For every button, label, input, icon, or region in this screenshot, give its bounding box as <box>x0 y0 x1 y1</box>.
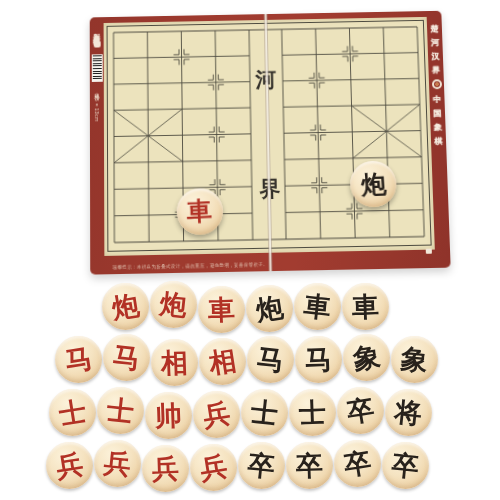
piece-character: 象 <box>351 342 382 373</box>
piece-black-elephant[interactable]: 象 <box>391 336 438 383</box>
size-label: 规格：35×13cm <box>94 89 100 123</box>
piece-character: 車 <box>187 198 213 225</box>
piece-character: 相 <box>207 346 238 377</box>
piece-character: 将 <box>393 398 423 428</box>
piece-character: 象 <box>399 345 429 375</box>
piece-black-chariot[interactable]: 車 <box>342 283 389 330</box>
board-left-border: 新兴文具象棋厂 规格：35×13cm <box>90 17 105 274</box>
piece-tray-row-1: 炮炮車炮車車 <box>0 283 495 333</box>
piece-character: 卒 <box>390 451 420 481</box>
piece-red-soldier[interactable]: 兵 <box>193 391 240 438</box>
border-seal-glyph: 河 <box>431 38 439 46</box>
piece-tray-row-2: 马马相相马马象象 <box>0 336 496 386</box>
maker-label: 新兴文具象棋厂 <box>93 27 100 34</box>
piece-tray-row-4: 兵兵兵兵卒卒卒卒 <box>0 442 487 492</box>
piece-character: 炮 <box>360 171 387 197</box>
piece-black-advisor[interactable]: 士 <box>241 389 288 436</box>
brand-mark-icon <box>426 249 432 254</box>
piece-tray-row-3: 士士帅兵士士卒将 <box>0 389 490 439</box>
piece-character: 士 <box>298 399 326 427</box>
piece-black-soldier[interactable]: 卒 <box>286 442 333 489</box>
piece-red-elephant[interactable]: 相 <box>151 339 198 386</box>
piece-character: 兵 <box>151 455 179 483</box>
piece-character: 兵 <box>102 449 132 479</box>
border-seal-glyph: 汉 <box>431 52 439 60</box>
barcode <box>91 54 102 82</box>
piece-character: 炮 <box>110 291 141 322</box>
piece-black-soldier[interactable]: 卒 <box>382 442 429 489</box>
piece-red-horse[interactable]: 马 <box>55 336 102 383</box>
piece-black-horse[interactable]: 马 <box>247 336 294 383</box>
piece-black-soldier[interactable]: 卒 <box>337 387 384 434</box>
piece-character: 帅 <box>154 402 182 430</box>
product-photo: 新兴文具象棋厂 规格：35×13cm 楚河汉界中国象棋 河 界 車炮 温馨提示：… <box>0 0 500 500</box>
piece-red-cannon[interactable]: 炮 <box>102 283 149 330</box>
piece-black-soldier[interactable]: 卒 <box>238 442 285 489</box>
border-seal-glyph: 棋 <box>434 137 442 145</box>
piece-character: 炮 <box>158 290 188 320</box>
piece-character: 卒 <box>345 395 376 426</box>
piece-character: 卒 <box>246 451 276 481</box>
piece-character: 马 <box>111 343 141 373</box>
xiangqi-board: 新兴文具象棋厂 规格：35×13cm 楚河汉界中国象棋 河 界 車炮 温馨提示：… <box>90 11 451 275</box>
border-seal-glyph: 楚 <box>430 24 438 32</box>
piece-red-elephant[interactable]: 相 <box>199 338 246 385</box>
border-seal-glyph: 象 <box>434 123 442 131</box>
maker-logo-icon <box>93 41 100 48</box>
piece-black-horse[interactable]: 马 <box>295 336 342 383</box>
piece-red-soldier[interactable]: 兵 <box>46 442 93 489</box>
piece-red-advisor[interactable]: 士 <box>97 387 144 434</box>
piece-character: 兵 <box>201 399 232 430</box>
piece-red-chariot[interactable]: 車 <box>198 286 245 333</box>
border-seal-glyph: 国 <box>433 109 441 117</box>
piece-black-cannon[interactable]: 炮 <box>246 285 293 332</box>
piece-black-soldier[interactable]: 卒 <box>334 440 381 487</box>
piece-character: 兵 <box>54 450 85 481</box>
border-seal-glyph: 界 <box>432 66 440 74</box>
piece-black-elephant[interactable]: 象 <box>343 334 390 381</box>
piece-black-advisor[interactable]: 士 <box>289 389 336 436</box>
piece-red-soldier[interactable]: 兵 <box>94 440 141 487</box>
piece-character: 马 <box>255 345 285 375</box>
fine-print: 温馨提示：本棋盘为折叠式设计，请勿重压，避免受潮，妥善保管棋子。 <box>112 262 271 271</box>
piece-red-cannon[interactable]: 炮 <box>150 281 197 328</box>
piece-character: 卒 <box>295 452 323 480</box>
piece-character: 马 <box>304 346 332 374</box>
piece-red-advisor[interactable]: 士 <box>49 389 96 436</box>
piece-character: 車 <box>302 292 332 322</box>
piece-character: 相 <box>160 349 188 377</box>
piece-red-horse[interactable]: 马 <box>103 334 150 381</box>
piece-red-general[interactable]: 帅 <box>145 392 192 439</box>
piece-black-chariot[interactable]: 車 <box>294 283 341 330</box>
seal-stamp-icon <box>431 79 441 89</box>
piece-character: 車 <box>351 293 379 321</box>
piece-red-soldier[interactable]: 兵 <box>190 444 237 491</box>
piece-character: 卒 <box>342 448 373 479</box>
piece-character: 炮 <box>254 293 285 324</box>
piece-black-general[interactable]: 将 <box>385 389 432 436</box>
piece-character: 士 <box>57 397 88 428</box>
piece-character: 車 <box>207 296 235 324</box>
piece-red-soldier[interactable]: 兵 <box>142 445 189 492</box>
piece-tray: 炮炮車炮車車马马相相马马象象士士帅兵士士卒将兵兵兵兵卒卒卒卒 <box>0 283 500 492</box>
piece-character: 兵 <box>198 452 229 483</box>
piece-character: 士 <box>105 396 135 426</box>
border-seal-glyph: 中 <box>433 95 441 103</box>
piece-character: 马 <box>63 344 94 375</box>
piece-character: 士 <box>249 398 279 428</box>
